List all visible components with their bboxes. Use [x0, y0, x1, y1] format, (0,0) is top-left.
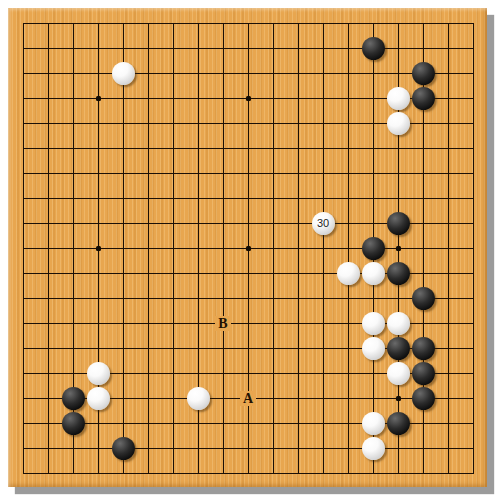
- white-stone: [387, 312, 410, 335]
- go-board[interactable]: 30BA: [8, 8, 487, 487]
- move-number: 30: [317, 218, 329, 229]
- page: 30BA: [0, 0, 500, 500]
- star-point: [246, 96, 251, 101]
- white-stone-move-30: 30: [312, 212, 335, 235]
- black-stone: [387, 262, 410, 285]
- white-stone: [337, 262, 360, 285]
- white-stone: [387, 112, 410, 135]
- black-stone: [362, 37, 385, 60]
- black-stone: [112, 437, 135, 460]
- point-label-B[interactable]: B: [215, 316, 230, 331]
- white-stone: [87, 362, 110, 385]
- star-point: [96, 246, 101, 251]
- white-stone: [362, 437, 385, 460]
- black-stone: [362, 237, 385, 260]
- black-stone: [412, 287, 435, 310]
- white-stone: [112, 62, 135, 85]
- black-stone: [387, 412, 410, 435]
- star-point: [396, 246, 401, 251]
- black-stone: [62, 412, 85, 435]
- white-stone: [387, 362, 410, 385]
- white-stone: [362, 337, 385, 360]
- black-stone: [387, 337, 410, 360]
- black-stone: [62, 387, 85, 410]
- black-stone: [412, 337, 435, 360]
- star-point: [396, 396, 401, 401]
- star-point: [246, 246, 251, 251]
- point-label-A[interactable]: A: [240, 391, 256, 406]
- white-stone: [362, 412, 385, 435]
- white-stone: [187, 387, 210, 410]
- white-stone: [87, 387, 110, 410]
- black-stone: [412, 362, 435, 385]
- black-stone: [387, 212, 410, 235]
- white-stone: [362, 312, 385, 335]
- black-stone: [412, 87, 435, 110]
- star-point: [96, 96, 101, 101]
- black-stone: [412, 62, 435, 85]
- white-stone: [387, 87, 410, 110]
- black-stone: [412, 387, 435, 410]
- white-stone: [362, 262, 385, 285]
- board-intersections[interactable]: 30BA: [11, 11, 486, 486]
